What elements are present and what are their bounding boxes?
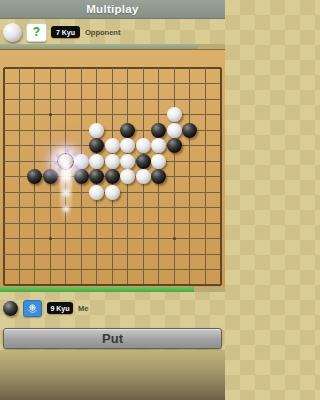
- unknown-flag-badge: ?: [26, 23, 47, 42]
- grid-vertical-line: [205, 68, 206, 285]
- question-mark-icon: ?: [33, 26, 40, 38]
- sparkle-trail-blob: [59, 170, 73, 184]
- gomoku-board[interactable]: [0, 49, 225, 288]
- sparkle-particle: [66, 150, 68, 152]
- black-stone: [182, 123, 197, 138]
- bottom-filler-panel: [0, 350, 225, 400]
- sparkle-particle: [55, 162, 57, 164]
- white-stone: [105, 154, 120, 169]
- star-point: [173, 237, 176, 240]
- white-stone: [120, 154, 135, 169]
- white-stone: [136, 138, 151, 153]
- black-stone: [136, 154, 151, 169]
- opponent-white-stone-avatar: [3, 23, 22, 42]
- white-stone: [89, 185, 104, 200]
- white-stone: [105, 185, 120, 200]
- white-stone: [151, 138, 166, 153]
- put-button[interactable]: Put: [3, 328, 222, 349]
- white-stone: [167, 107, 182, 122]
- black-stone: [74, 169, 89, 184]
- sparkle-trail-blob: [60, 187, 72, 199]
- grid-vertical-line: [189, 68, 190, 285]
- white-stone: [105, 138, 120, 153]
- white-stone: [89, 123, 104, 138]
- grid-horizontal-line: [4, 284, 221, 286]
- white-stone: [89, 154, 104, 169]
- white-stone: [136, 169, 151, 184]
- white-stone: [120, 169, 135, 184]
- opponent-player-row: ? 7 Kyu Opponent: [0, 19, 225, 45]
- grid-vertical-line: [220, 68, 222, 285]
- sparkle-particle: [75, 166, 77, 168]
- sparkle-trail-blob: [61, 204, 71, 214]
- my-player-row: 9 Kyu Me: [0, 295, 225, 321]
- opponent-label: Opponent: [85, 28, 120, 37]
- black-stone: [120, 123, 135, 138]
- grid-horizontal-line: [4, 238, 221, 239]
- white-stone: [167, 123, 182, 138]
- opponent-rank-badge: 7 Kyu: [51, 26, 80, 38]
- grid-vertical-line: [174, 68, 175, 285]
- un-flag-badge: [23, 300, 42, 317]
- black-stone: [105, 169, 120, 184]
- my-rank-badge: 9 Kyu: [47, 302, 73, 314]
- grid-horizontal-line: [4, 254, 221, 255]
- my-timer-fill: [0, 287, 194, 292]
- sparkle-particle: [57, 155, 59, 157]
- app-title: Multiplay: [86, 3, 139, 15]
- black-stone: [151, 169, 166, 184]
- black-stone: [89, 138, 104, 153]
- black-stone: [27, 169, 42, 184]
- white-stone: [120, 138, 135, 153]
- sparkle-particle: [59, 168, 61, 170]
- put-button-label: Put: [102, 331, 123, 346]
- header-bar: Multiplay: [0, 0, 225, 19]
- white-stone: [151, 154, 166, 169]
- black-stone: [89, 169, 104, 184]
- black-stone: [167, 138, 182, 153]
- grid-horizontal-line: [4, 269, 221, 270]
- sparkle-particle: [74, 153, 76, 155]
- my-black-stone-avatar: [3, 301, 18, 316]
- grid-horizontal-line: [4, 207, 221, 208]
- grid-horizontal-line: [4, 223, 221, 224]
- black-stone: [43, 169, 58, 184]
- my-timer-bar: [0, 287, 225, 292]
- un-globe-laurel-icon: [26, 302, 39, 315]
- me-label: Me: [78, 304, 88, 313]
- star-point: [49, 113, 52, 116]
- black-stone: [151, 123, 166, 138]
- star-point: [49, 237, 52, 240]
